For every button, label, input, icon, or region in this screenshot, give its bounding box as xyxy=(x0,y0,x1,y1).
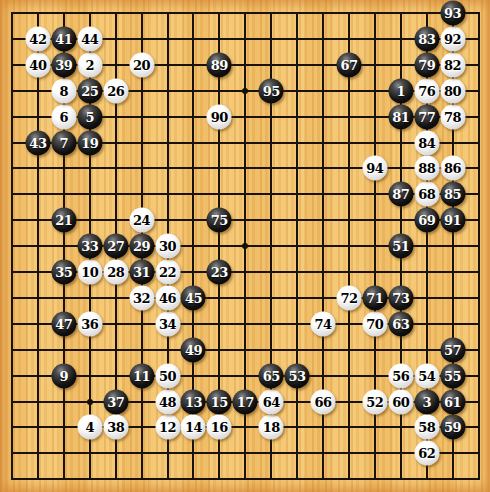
grid-line-vertical xyxy=(296,12,298,480)
stone-24-white[interactable]: 24 xyxy=(129,208,154,233)
stone-4-white[interactable]: 4 xyxy=(77,415,102,440)
stone-31-black[interactable]: 31 xyxy=(129,260,154,285)
stone-71-black[interactable]: 71 xyxy=(362,285,387,310)
grid-line-horizontal xyxy=(11,478,480,480)
stone-84-white[interactable]: 84 xyxy=(414,130,439,155)
stone-58-white[interactable]: 58 xyxy=(414,415,439,440)
stone-16-white[interactable]: 16 xyxy=(207,415,232,440)
stone-43-black[interactable]: 43 xyxy=(25,130,50,155)
stone-20-white[interactable]: 20 xyxy=(129,52,154,77)
stone-95-black[interactable]: 95 xyxy=(259,78,284,103)
stone-14-white[interactable]: 14 xyxy=(181,415,206,440)
stone-44-white[interactable]: 44 xyxy=(77,26,102,51)
stone-21-black[interactable]: 21 xyxy=(51,208,76,233)
star-point xyxy=(87,399,93,405)
stone-68-white[interactable]: 68 xyxy=(414,182,439,207)
stone-45-black[interactable]: 45 xyxy=(181,285,206,310)
stone-9-black[interactable]: 9 xyxy=(51,363,76,388)
stone-74-white[interactable]: 74 xyxy=(311,311,336,336)
stone-88-white[interactable]: 88 xyxy=(414,156,439,181)
stone-13-black[interactable]: 13 xyxy=(181,389,206,414)
stone-48-white[interactable]: 48 xyxy=(155,389,180,414)
stone-12-white[interactable]: 12 xyxy=(155,415,180,440)
stone-60-white[interactable]: 60 xyxy=(388,389,413,414)
stone-91-black[interactable]: 91 xyxy=(440,208,465,233)
stone-2-white[interactable]: 2 xyxy=(77,52,102,77)
stone-1-black[interactable]: 1 xyxy=(388,78,413,103)
stone-62-white[interactable]: 62 xyxy=(414,441,439,466)
stone-41-black[interactable]: 41 xyxy=(51,26,76,51)
star-point xyxy=(242,88,248,94)
stone-29-black[interactable]: 29 xyxy=(129,234,154,259)
grid-line-vertical xyxy=(348,12,350,480)
stone-5-black[interactable]: 5 xyxy=(77,104,102,129)
stone-51-black[interactable]: 51 xyxy=(388,234,413,259)
stone-36-white[interactable]: 36 xyxy=(77,311,102,336)
stone-56-white[interactable]: 56 xyxy=(388,363,413,388)
stone-57-black[interactable]: 57 xyxy=(440,337,465,362)
stone-40-white[interactable]: 40 xyxy=(25,52,50,77)
stone-28-white[interactable]: 28 xyxy=(103,260,128,285)
stone-80-white[interactable]: 80 xyxy=(440,78,465,103)
stone-8-white[interactable]: 8 xyxy=(51,78,76,103)
stone-69-black[interactable]: 69 xyxy=(414,208,439,233)
stone-34-white[interactable]: 34 xyxy=(155,311,180,336)
stone-47-black[interactable]: 47 xyxy=(51,311,76,336)
stone-65-black[interactable]: 65 xyxy=(259,363,284,388)
stone-18-white[interactable]: 18 xyxy=(259,415,284,440)
stone-82-white[interactable]: 82 xyxy=(440,52,465,77)
stone-19-black[interactable]: 19 xyxy=(77,130,102,155)
stone-92-white[interactable]: 92 xyxy=(440,26,465,51)
stone-72-white[interactable]: 72 xyxy=(336,285,361,310)
stone-26-white[interactable]: 26 xyxy=(103,78,128,103)
stone-63-black[interactable]: 63 xyxy=(388,311,413,336)
stone-83-black[interactable]: 83 xyxy=(414,26,439,51)
stone-30-white[interactable]: 30 xyxy=(155,234,180,259)
stone-10-white[interactable]: 10 xyxy=(77,260,102,285)
stone-76-white[interactable]: 76 xyxy=(414,78,439,103)
stone-59-black[interactable]: 59 xyxy=(440,415,465,440)
stone-77-black[interactable]: 77 xyxy=(414,104,439,129)
stone-61-black[interactable]: 61 xyxy=(440,389,465,414)
stone-81-black[interactable]: 81 xyxy=(388,104,413,129)
grid-line-horizontal xyxy=(11,452,480,454)
stone-94-white[interactable]: 94 xyxy=(362,156,387,181)
stone-53-black[interactable]: 53 xyxy=(285,363,310,388)
stone-67-black[interactable]: 67 xyxy=(336,52,361,77)
stone-46-white[interactable]: 46 xyxy=(155,285,180,310)
stone-6-white[interactable]: 6 xyxy=(51,104,76,129)
stone-37-black[interactable]: 37 xyxy=(103,389,128,414)
stone-64-white[interactable]: 64 xyxy=(259,389,284,414)
stone-38-white[interactable]: 38 xyxy=(103,415,128,440)
stone-90-white[interactable]: 90 xyxy=(207,104,232,129)
go-board[interactable]: 1234567891011121314151617181920212223242… xyxy=(0,0,490,492)
stone-32-white[interactable]: 32 xyxy=(129,285,154,310)
stone-23-black[interactable]: 23 xyxy=(207,260,232,285)
stone-52-white[interactable]: 52 xyxy=(362,389,387,414)
stone-15-black[interactable]: 15 xyxy=(207,389,232,414)
stone-17-black[interactable]: 17 xyxy=(233,389,258,414)
stone-78-white[interactable]: 78 xyxy=(440,104,465,129)
stone-85-black[interactable]: 85 xyxy=(440,182,465,207)
stone-73-black[interactable]: 73 xyxy=(388,285,413,310)
stone-79-black[interactable]: 79 xyxy=(414,52,439,77)
stone-39-black[interactable]: 39 xyxy=(51,52,76,77)
stone-7-black[interactable]: 7 xyxy=(51,130,76,155)
stone-3-black[interactable]: 3 xyxy=(414,389,439,414)
stone-11-black[interactable]: 11 xyxy=(129,363,154,388)
stone-49-black[interactable]: 49 xyxy=(181,337,206,362)
stone-33-black[interactable]: 33 xyxy=(77,234,102,259)
stone-89-black[interactable]: 89 xyxy=(207,52,232,77)
stone-86-white[interactable]: 86 xyxy=(440,156,465,181)
stone-25-black[interactable]: 25 xyxy=(77,78,102,103)
stone-42-white[interactable]: 42 xyxy=(25,26,50,51)
stone-50-white[interactable]: 50 xyxy=(155,363,180,388)
stone-93-black[interactable]: 93 xyxy=(440,1,465,26)
grid-line-vertical xyxy=(478,12,480,480)
stone-35-black[interactable]: 35 xyxy=(51,260,76,285)
stone-22-white[interactable]: 22 xyxy=(155,260,180,285)
stone-70-white[interactable]: 70 xyxy=(362,311,387,336)
stone-55-black[interactable]: 55 xyxy=(440,363,465,388)
stone-66-white[interactable]: 66 xyxy=(311,389,336,414)
stone-54-white[interactable]: 54 xyxy=(414,363,439,388)
stone-87-black[interactable]: 87 xyxy=(388,182,413,207)
star-point xyxy=(242,243,248,249)
stone-27-black[interactable]: 27 xyxy=(103,234,128,259)
grid-line-horizontal xyxy=(11,349,480,351)
stone-75-black[interactable]: 75 xyxy=(207,208,232,233)
